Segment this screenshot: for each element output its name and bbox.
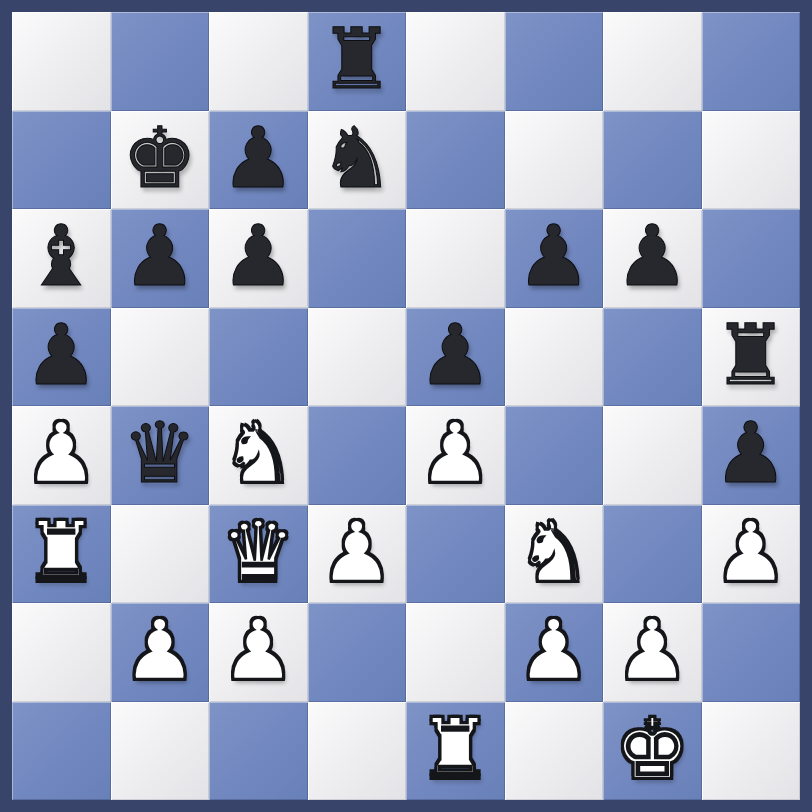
square-c2[interactable]: ♟	[209, 603, 308, 702]
white-pawn-icon: ♟	[516, 608, 591, 692]
square-d5[interactable]	[308, 308, 407, 407]
square-f3[interactable]: ♞	[505, 505, 604, 604]
square-c8[interactable]	[209, 12, 308, 111]
square-c3[interactable]: ♛	[209, 505, 308, 604]
white-pawn-icon: ♟	[24, 411, 99, 495]
square-e7[interactable]	[406, 111, 505, 210]
black-pawn-icon: ♟	[122, 214, 197, 298]
square-h2[interactable]	[702, 603, 801, 702]
square-d7[interactable]: ♞	[308, 111, 407, 210]
square-g8[interactable]	[603, 12, 702, 111]
square-a5[interactable]: ♟	[12, 308, 111, 407]
square-a1[interactable]	[12, 702, 111, 801]
square-e3[interactable]	[406, 505, 505, 604]
black-rook-icon: ♜	[713, 313, 788, 397]
square-h1[interactable]	[702, 702, 801, 801]
black-pawn-icon: ♟	[221, 116, 296, 200]
white-queen-icon: ♛	[221, 510, 296, 594]
white-rook-icon: ♜	[418, 707, 493, 791]
square-d8[interactable]: ♜	[308, 12, 407, 111]
square-a6[interactable]: ♝	[12, 209, 111, 308]
chess-board: ♜♚♟♞♝♟♟♟♟♟♟♜♟♛♞♟♟♜♛♟♞♟♟♟♟♟♜♚	[12, 12, 800, 800]
square-b1[interactable]	[111, 702, 210, 801]
square-c6[interactable]: ♟	[209, 209, 308, 308]
white-king-icon: ♚	[615, 707, 690, 791]
square-a8[interactable]	[12, 12, 111, 111]
square-g6[interactable]: ♟	[603, 209, 702, 308]
white-pawn-icon: ♟	[122, 608, 197, 692]
white-rook-icon: ♜	[24, 510, 99, 594]
square-h6[interactable]	[702, 209, 801, 308]
square-c5[interactable]	[209, 308, 308, 407]
square-f7[interactable]	[505, 111, 604, 210]
square-d1[interactable]	[308, 702, 407, 801]
black-pawn-icon: ♟	[516, 214, 591, 298]
square-b4[interactable]: ♛	[111, 406, 210, 505]
square-b7[interactable]: ♚	[111, 111, 210, 210]
black-pawn-icon: ♟	[418, 313, 493, 397]
square-g1[interactable]: ♚	[603, 702, 702, 801]
square-h7[interactable]	[702, 111, 801, 210]
black-pawn-icon: ♟	[24, 313, 99, 397]
square-d4[interactable]	[308, 406, 407, 505]
black-bishop-icon: ♝	[24, 214, 99, 298]
white-pawn-icon: ♟	[319, 510, 394, 594]
square-h4[interactable]: ♟	[702, 406, 801, 505]
square-b6[interactable]: ♟	[111, 209, 210, 308]
square-f4[interactable]	[505, 406, 604, 505]
square-d3[interactable]: ♟	[308, 505, 407, 604]
square-e2[interactable]	[406, 603, 505, 702]
black-knight-icon: ♞	[319, 116, 394, 200]
square-c1[interactable]	[209, 702, 308, 801]
black-king-icon: ♚	[122, 116, 197, 200]
square-b8[interactable]	[111, 12, 210, 111]
white-pawn-icon: ♟	[713, 510, 788, 594]
square-g4[interactable]	[603, 406, 702, 505]
white-pawn-icon: ♟	[221, 608, 296, 692]
square-a2[interactable]	[12, 603, 111, 702]
square-f8[interactable]	[505, 12, 604, 111]
square-f2[interactable]: ♟	[505, 603, 604, 702]
square-g5[interactable]	[603, 308, 702, 407]
square-a4[interactable]: ♟	[12, 406, 111, 505]
white-pawn-icon: ♟	[615, 608, 690, 692]
square-g2[interactable]: ♟	[603, 603, 702, 702]
square-h5[interactable]: ♜	[702, 308, 801, 407]
white-knight-icon: ♞	[221, 411, 296, 495]
black-queen-icon: ♛	[122, 411, 197, 495]
black-rook-icon: ♜	[319, 17, 394, 101]
black-pawn-icon: ♟	[713, 411, 788, 495]
square-e6[interactable]	[406, 209, 505, 308]
square-b5[interactable]	[111, 308, 210, 407]
square-g3[interactable]	[603, 505, 702, 604]
square-a7[interactable]	[12, 111, 111, 210]
chess-board-frame: ♜♚♟♞♝♟♟♟♟♟♟♜♟♛♞♟♟♜♛♟♞♟♟♟♟♟♜♚	[0, 0, 812, 812]
square-e8[interactable]	[406, 12, 505, 111]
square-f6[interactable]: ♟	[505, 209, 604, 308]
square-e5[interactable]: ♟	[406, 308, 505, 407]
square-f5[interactable]	[505, 308, 604, 407]
square-b3[interactable]	[111, 505, 210, 604]
white-pawn-icon: ♟	[418, 411, 493, 495]
square-c7[interactable]: ♟	[209, 111, 308, 210]
square-h8[interactable]	[702, 12, 801, 111]
square-g7[interactable]	[603, 111, 702, 210]
square-e1[interactable]: ♜	[406, 702, 505, 801]
square-d2[interactable]	[308, 603, 407, 702]
square-b2[interactable]: ♟	[111, 603, 210, 702]
black-pawn-icon: ♟	[615, 214, 690, 298]
square-c4[interactable]: ♞	[209, 406, 308, 505]
square-d6[interactable]	[308, 209, 407, 308]
black-pawn-icon: ♟	[221, 214, 296, 298]
square-e4[interactable]: ♟	[406, 406, 505, 505]
white-knight-icon: ♞	[516, 510, 591, 594]
square-h3[interactable]: ♟	[702, 505, 801, 604]
square-a3[interactable]: ♜	[12, 505, 111, 604]
square-f1[interactable]	[505, 702, 604, 801]
